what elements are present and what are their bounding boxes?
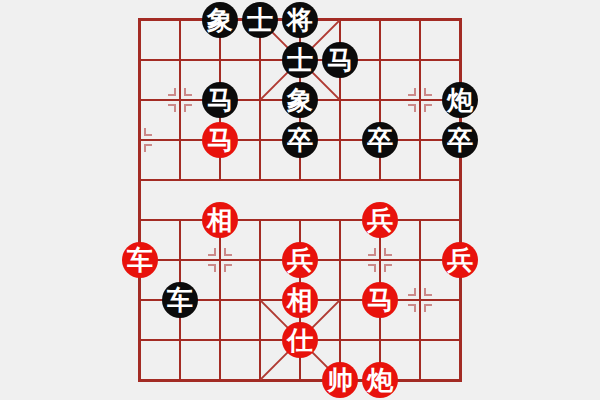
xiangqi-board[interactable]: 象士将士马马象炮马卒卒卒相兵车兵兵车相马仕帅炮 <box>120 0 480 400</box>
piece-black-elephant[interactable]: 象 <box>282 82 318 118</box>
piece-red-soldier[interactable]: 兵 <box>362 202 398 238</box>
piece-black-general[interactable]: 将 <box>282 2 318 38</box>
piece-red-elephant[interactable]: 相 <box>282 282 318 318</box>
piece-red-horse[interactable]: 马 <box>202 122 238 158</box>
piece-black-cannon[interactable]: 炮 <box>442 82 478 118</box>
piece-black-soldier[interactable]: 卒 <box>442 122 478 158</box>
piece-black-soldier[interactable]: 卒 <box>362 122 398 158</box>
piece-red-cannon[interactable]: 炮 <box>362 362 398 398</box>
piece-red-general[interactable]: 帅 <box>322 362 358 398</box>
piece-red-chariot[interactable]: 车 <box>122 242 158 278</box>
piece-black-advisor[interactable]: 士 <box>282 42 318 78</box>
piece-black-elephant[interactable]: 象 <box>202 2 238 38</box>
piece-red-soldier[interactable]: 兵 <box>442 242 478 278</box>
piece-black-chariot[interactable]: 车 <box>162 282 198 318</box>
xiangqi-app: 象士将士马马象炮马卒卒卒相兵车兵兵车相马仕帅炮 <box>0 0 600 400</box>
piece-red-elephant[interactable]: 相 <box>202 202 238 238</box>
piece-black-horse[interactable]: 马 <box>202 82 238 118</box>
piece-red-advisor[interactable]: 仕 <box>282 322 318 358</box>
piece-black-horse[interactable]: 马 <box>322 42 358 78</box>
piece-red-soldier[interactable]: 兵 <box>282 242 318 278</box>
piece-black-advisor[interactable]: 士 <box>242 2 278 38</box>
piece-red-horse[interactable]: 马 <box>362 282 398 318</box>
piece-black-soldier[interactable]: 卒 <box>282 122 318 158</box>
